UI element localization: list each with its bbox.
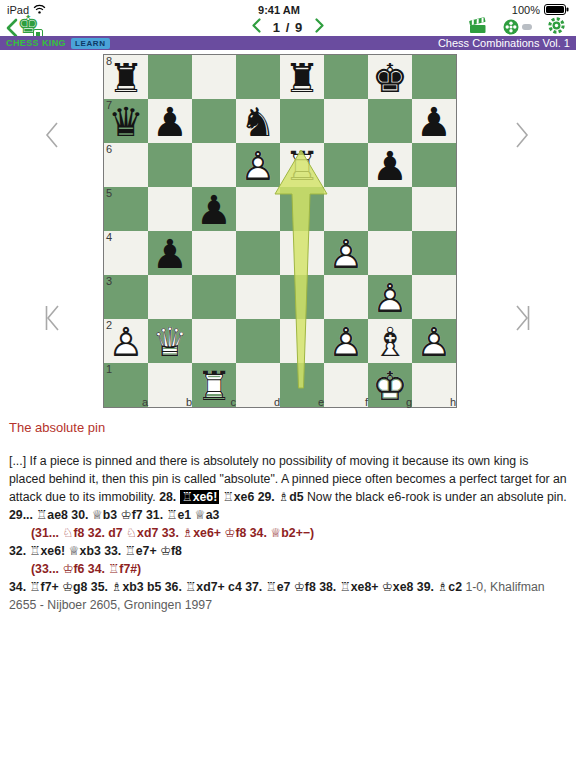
commentary-segment: 29... ♖ae8 30. ♕b3 ♔f7 31. ♖e1 ♕a3 bbox=[9, 508, 219, 522]
square-b1[interactable]: b bbox=[148, 363, 192, 407]
brand-name: CHESS KING bbox=[6, 38, 66, 48]
square-d5[interactable] bbox=[236, 187, 280, 231]
piece-outline-layer: ♕ bbox=[148, 319, 192, 363]
square-e5[interactable] bbox=[280, 187, 324, 231]
commentary-segment: Now the black e6-rook is under an absolu… bbox=[307, 490, 567, 504]
header: iPad 9:41 AM 100% bbox=[0, 0, 576, 50]
file-label: d bbox=[274, 396, 280, 408]
square-f5[interactable] bbox=[324, 187, 368, 231]
piece-glyph: ♟ bbox=[148, 231, 192, 275]
square-b7[interactable]: ♟ bbox=[148, 99, 192, 143]
square-f4[interactable]: ♟♙ bbox=[324, 231, 368, 275]
piece-glyph: ♚ bbox=[368, 55, 412, 99]
board-section: 8♜♜♚7♛♟♞♟6♟♙♜♖♟5♟4♟♟♙3♟♙2♟♙♛♕♟♙♝♗♟♙1abc♜… bbox=[0, 50, 576, 410]
square-h4[interactable] bbox=[412, 231, 456, 275]
commentary-segment: ♖xe6 29. ♗d5 bbox=[219, 490, 307, 504]
square-e6[interactable]: ♜♖ bbox=[280, 143, 324, 187]
rank-label: 3 bbox=[106, 275, 112, 287]
square-g6[interactable]: ♟ bbox=[368, 143, 412, 187]
rank-label: 6 bbox=[106, 143, 112, 155]
square-b3[interactable] bbox=[148, 275, 192, 319]
piece-glyph: ♟ bbox=[368, 143, 412, 187]
commentary-line: (33... ♔f6 34. ♖f7#) bbox=[9, 560, 567, 578]
commentary-segment: (31... ♘f8 32. d7 ♘xd7 33. ♗xe6+ ♔f8 34.… bbox=[31, 526, 314, 540]
file-label: e bbox=[318, 396, 324, 408]
white-rook-piece: ♜♖ bbox=[192, 363, 236, 407]
commentary-line: (31... ♘f8 32. d7 ♘xd7 33. ♗xe6+ ♔f8 34.… bbox=[9, 524, 567, 542]
rank-label: 8 bbox=[106, 55, 112, 67]
square-c3[interactable] bbox=[192, 275, 236, 319]
file-label: b bbox=[186, 396, 192, 408]
square-c1[interactable]: c♜♖ bbox=[192, 363, 236, 407]
square-a6[interactable]: 6 bbox=[104, 143, 148, 187]
piece-outline-layer: ♙ bbox=[236, 143, 280, 187]
commentary-line: 32. ♖xe6! ♕xb3 33. ♖e7+ ♔f8 bbox=[9, 542, 567, 560]
piece-glyph: ♟ bbox=[148, 99, 192, 143]
square-f3[interactable] bbox=[324, 275, 368, 319]
black-pawn-piece: ♟ bbox=[412, 99, 456, 143]
square-f1[interactable]: f bbox=[324, 363, 368, 407]
commentary: The absolute pin [...] If a piece is pin… bbox=[0, 410, 576, 614]
square-h7[interactable]: ♟ bbox=[412, 99, 456, 143]
square-a8[interactable]: 8♜ bbox=[104, 55, 148, 99]
square-h8[interactable] bbox=[412, 55, 456, 99]
commentary-segment: 28. bbox=[159, 490, 180, 504]
black-pawn-piece: ♟ bbox=[192, 187, 236, 231]
first-move-button[interactable] bbox=[44, 304, 62, 332]
square-b6[interactable] bbox=[148, 143, 192, 187]
black-pawn-piece: ♟ bbox=[148, 231, 192, 275]
square-f6[interactable] bbox=[324, 143, 368, 187]
square-e8[interactable]: ♜ bbox=[280, 55, 324, 99]
piece-outline-layer: ♖ bbox=[280, 143, 324, 187]
prev-move-button[interactable] bbox=[44, 121, 62, 149]
white-pawn-piece: ♟♙ bbox=[368, 275, 412, 319]
square-d1[interactable]: d bbox=[236, 363, 280, 407]
last-move-button[interactable] bbox=[514, 304, 532, 332]
white-pawn-piece: ♟♙ bbox=[324, 231, 368, 275]
square-h6[interactable] bbox=[412, 143, 456, 187]
square-e2[interactable] bbox=[280, 319, 324, 363]
square-g3[interactable]: ♟♙ bbox=[368, 275, 412, 319]
square-a1[interactable]: 1a bbox=[104, 363, 148, 407]
piece-glyph: ♟ bbox=[412, 99, 456, 143]
square-h5[interactable] bbox=[412, 187, 456, 231]
rank-label: 1 bbox=[106, 363, 112, 375]
piece-outline-layer: ♙ bbox=[368, 275, 412, 319]
brand-bar: CHESS KING LEARN Chess Combinations Vol.… bbox=[0, 36, 576, 51]
file-label: f bbox=[365, 396, 368, 408]
square-a4[interactable]: 4 bbox=[104, 231, 148, 275]
square-d7[interactable]: ♞ bbox=[236, 99, 280, 143]
learn-badge: LEARN bbox=[71, 38, 110, 49]
square-c8[interactable] bbox=[192, 55, 236, 99]
current-move-highlight[interactable]: ♖xe6! bbox=[180, 490, 220, 504]
square-h3[interactable] bbox=[412, 275, 456, 319]
square-c7[interactable] bbox=[192, 99, 236, 143]
file-label: a bbox=[142, 396, 148, 408]
square-e1[interactable]: e bbox=[280, 363, 324, 407]
commentary-segment: 32. ♖xe6! ♕xb3 33. ♖e7+ ♔f8 bbox=[9, 544, 182, 558]
square-a3[interactable]: 3 bbox=[104, 275, 148, 319]
black-pawn-piece: ♟ bbox=[148, 99, 192, 143]
square-e3[interactable] bbox=[280, 275, 324, 319]
square-b8[interactable] bbox=[148, 55, 192, 99]
piece-outline-layer: ♙ bbox=[324, 319, 368, 363]
piece-glyph: ♜ bbox=[280, 55, 324, 99]
lesson-title: The absolute pin bbox=[9, 420, 567, 435]
square-e4[interactable] bbox=[280, 231, 324, 275]
square-a7[interactable]: 7♛ bbox=[104, 99, 148, 143]
rank-label: 5 bbox=[106, 187, 112, 199]
piece-outline-layer: ♗ bbox=[368, 319, 412, 363]
square-c5[interactable]: ♟ bbox=[192, 187, 236, 231]
square-f8[interactable] bbox=[324, 55, 368, 99]
next-page-button[interactable] bbox=[315, 18, 324, 37]
toolbar: ♚ 1 / 9 bbox=[0, 17, 576, 37]
square-c4[interactable] bbox=[192, 231, 236, 275]
brand-left: CHESS KING LEARN bbox=[6, 38, 110, 49]
square-d8[interactable] bbox=[236, 55, 280, 99]
piece-outline-layer: ♙ bbox=[324, 231, 368, 275]
square-c6[interactable] bbox=[192, 143, 236, 187]
square-f2[interactable]: ♟♙ bbox=[324, 319, 368, 363]
square-g1[interactable]: g♚♔ bbox=[368, 363, 412, 407]
white-queen-piece: ♛♕ bbox=[148, 319, 192, 363]
black-king-piece: ♚ bbox=[368, 55, 412, 99]
rank-label: 4 bbox=[106, 231, 112, 243]
square-c2[interactable] bbox=[192, 319, 236, 363]
prev-page-button[interactable] bbox=[252, 18, 261, 37]
square-g7[interactable] bbox=[368, 99, 412, 143]
square-h1[interactable]: h bbox=[412, 363, 456, 407]
square-b4[interactable]: ♟ bbox=[148, 231, 192, 275]
clock: 9:41 AM bbox=[258, 4, 300, 16]
rank-label: 7 bbox=[106, 99, 112, 111]
app-screen: iPad 9:41 AM 100% bbox=[0, 0, 576, 768]
commentary-segment: (33... ♔f6 34. ♖f7#) bbox=[31, 562, 141, 576]
white-rook-piece: ♜♖ bbox=[280, 143, 324, 187]
commentary-line: 34. ♖f7+ ♔g8 35. ♗xb3 b5 36. ♖xd7+ c4 37… bbox=[9, 578, 567, 614]
course-title: Chess Combinations Vol. 1 bbox=[438, 37, 570, 49]
chess-board: 8♜♜♚7♛♟♞♟6♟♙♜♖♟5♟4♟♟♙3♟♙2♟♙♛♕♟♙♝♗♟♙1abc♜… bbox=[103, 54, 457, 408]
page-indicator: 1 / 9 bbox=[273, 20, 303, 35]
square-a2[interactable]: 2♟♙ bbox=[104, 319, 148, 363]
piece-glyph: ♞ bbox=[236, 99, 280, 143]
square-e7[interactable] bbox=[280, 99, 324, 143]
square-d3[interactable] bbox=[236, 275, 280, 319]
square-f7[interactable] bbox=[324, 99, 368, 143]
square-h2[interactable]: ♟♙ bbox=[412, 319, 456, 363]
commentary-line: [...] If a piece is pinned and there is … bbox=[9, 452, 567, 524]
white-bishop-piece: ♝♗ bbox=[368, 319, 412, 363]
square-g4[interactable] bbox=[368, 231, 412, 275]
piece-glyph: ♟ bbox=[192, 187, 236, 231]
square-a5[interactable]: 5 bbox=[104, 187, 148, 231]
square-d6[interactable]: ♟♙ bbox=[236, 143, 280, 187]
square-b2[interactable]: ♛♕ bbox=[148, 319, 192, 363]
next-move-button[interactable] bbox=[514, 121, 532, 149]
piece-outline-layer: ♖ bbox=[192, 363, 236, 407]
white-pawn-piece: ♟♙ bbox=[236, 143, 280, 187]
black-rook-piece: ♜ bbox=[280, 55, 324, 99]
file-label: c bbox=[231, 396, 237, 408]
square-g2[interactable]: ♝♗ bbox=[368, 319, 412, 363]
white-pawn-piece: ♟♙ bbox=[324, 319, 368, 363]
battery-percent: 100% bbox=[512, 4, 540, 16]
black-knight-piece: ♞ bbox=[236, 99, 280, 143]
movie-clapper-button[interactable] bbox=[468, 16, 488, 38]
square-d2[interactable] bbox=[236, 319, 280, 363]
white-pawn-piece: ♟♙ bbox=[412, 319, 456, 363]
rank-label: 2 bbox=[106, 319, 112, 331]
toggle-pill-icon bbox=[522, 24, 532, 30]
square-d4[interactable] bbox=[236, 231, 280, 275]
square-g8[interactable]: ♚ bbox=[368, 55, 412, 99]
black-pawn-piece: ♟ bbox=[368, 143, 412, 187]
toolbar-right-icons bbox=[468, 17, 566, 37]
commentary-segment: 34. ♖f7+ ♔g8 35. ♗xb3 b5 36. ♖xd7+ c4 37… bbox=[9, 580, 465, 594]
square-g5[interactable] bbox=[368, 187, 412, 231]
commentary-lines: [...] If a piece is pinned and there is … bbox=[9, 452, 567, 614]
file-label: h bbox=[450, 396, 456, 408]
piece-outline-layer: ♙ bbox=[412, 319, 456, 363]
autoplay-reel-toggle[interactable] bbox=[503, 18, 532, 36]
file-label: g bbox=[406, 396, 412, 408]
square-b5[interactable] bbox=[148, 187, 192, 231]
